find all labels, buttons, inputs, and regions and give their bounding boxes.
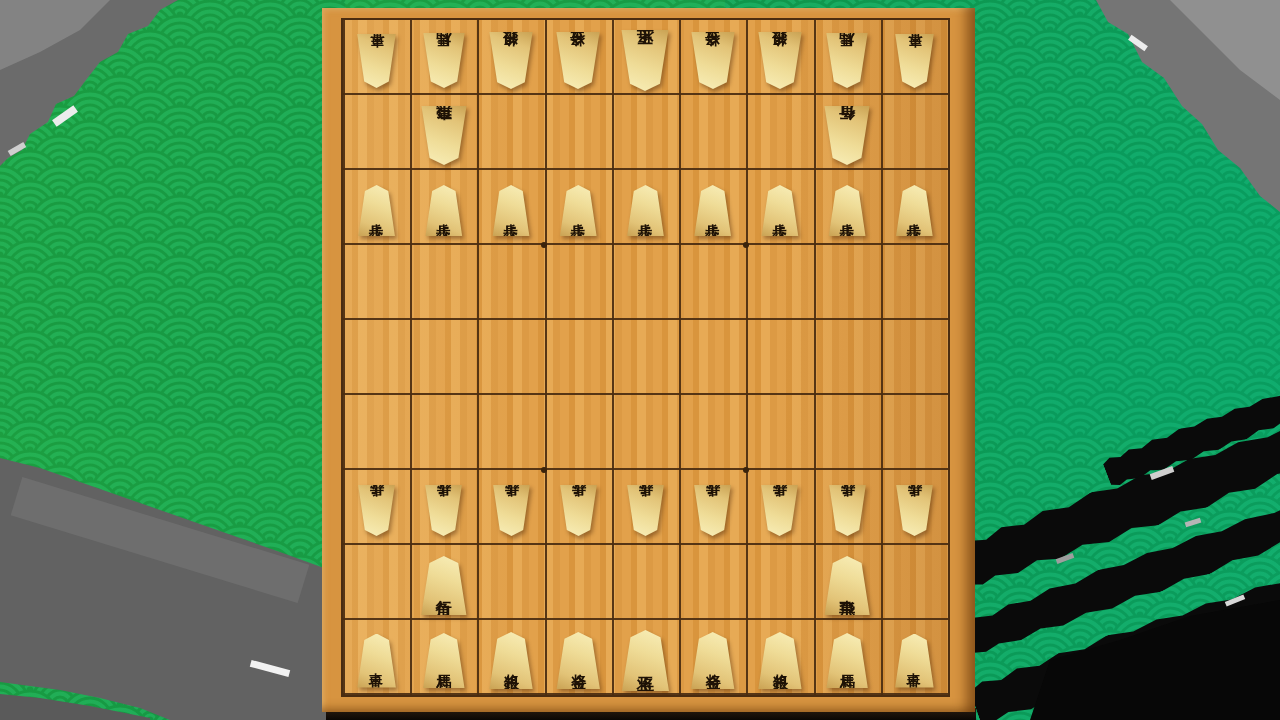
piece-pawn[interactable]: 歩兵 — [424, 485, 463, 536]
shogi-board: 香車桂馬銀将金将王将金将銀将桂馬香車飛車角行歩兵歩兵歩兵歩兵歩兵歩兵歩兵歩兵歩兵… — [322, 8, 975, 712]
piece-pawn[interactable]: 歩兵 — [357, 485, 396, 536]
piece-pawn[interactable]: 歩兵 — [760, 185, 799, 236]
piece-bishop[interactable]: 角行 — [420, 556, 468, 615]
piece-gold[interactable]: 金将 — [555, 632, 601, 689]
piece-knight[interactable]: 桂馬 — [422, 33, 466, 88]
piece-king[interactable]: 王将 — [620, 30, 670, 91]
piece-pawn[interactable]: 歩兵 — [895, 185, 934, 236]
piece-jeweled-king[interactable]: 玉将 — [620, 630, 670, 691]
piece-rook[interactable]: 飛車 — [823, 556, 871, 615]
piece-pawn[interactable]: 歩兵 — [559, 185, 598, 236]
piece-silver[interactable]: 銀将 — [488, 32, 534, 89]
piece-pawn[interactable]: 歩兵 — [559, 485, 598, 536]
piece-rook[interactable]: 飛車 — [420, 106, 468, 165]
piece-knight[interactable]: 桂馬 — [422, 633, 466, 688]
piece-knight[interactable]: 桂馬 — [825, 33, 869, 88]
piece-pawn[interactable]: 歩兵 — [626, 185, 665, 236]
piece-pawn[interactable]: 歩兵 — [693, 485, 732, 536]
piece-gold[interactable]: 金将 — [555, 32, 601, 89]
piece-pawn[interactable]: 歩兵 — [492, 185, 531, 236]
piece-pawn[interactable]: 歩兵 — [357, 185, 396, 236]
piece-bishop[interactable]: 角行 — [823, 106, 871, 165]
piece-pawn[interactable]: 歩兵 — [492, 485, 531, 536]
piece-pawn[interactable]: 歩兵 — [828, 185, 867, 236]
hoshi-star-point — [541, 242, 547, 248]
piece-lance[interactable]: 香車 — [356, 634, 397, 688]
piece-lance[interactable]: 香車 — [894, 34, 935, 88]
piece-pawn[interactable]: 歩兵 — [895, 485, 934, 536]
piece-silver[interactable]: 銀将 — [488, 632, 534, 689]
piece-pawn[interactable]: 歩兵 — [424, 185, 463, 236]
piece-knight[interactable]: 桂馬 — [825, 633, 869, 688]
piece-lance[interactable]: 香車 — [356, 34, 397, 88]
piece-gold[interactable]: 金将 — [690, 632, 736, 689]
piece-lance[interactable]: 香車 — [894, 634, 935, 688]
hoshi-star-point — [541, 467, 547, 473]
hoshi-star-point — [743, 467, 749, 473]
hoshi-star-point — [743, 242, 749, 248]
piece-silver[interactable]: 銀将 — [757, 632, 803, 689]
piece-silver[interactable]: 銀将 — [757, 32, 803, 89]
piece-gold[interactable]: 金将 — [690, 32, 736, 89]
piece-pawn[interactable]: 歩兵 — [693, 185, 732, 236]
piece-pawn[interactable]: 歩兵 — [760, 485, 799, 536]
piece-pawn[interactable]: 歩兵 — [626, 485, 665, 536]
piece-pawn[interactable]: 歩兵 — [828, 485, 867, 536]
